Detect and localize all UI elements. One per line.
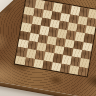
board-side-face	[0, 77, 96, 96]
playing-field	[14, 0, 96, 78]
square-h1[interactable]	[78, 67, 88, 77]
chessboard-photo	[0, 0, 96, 96]
chessboard	[0, 0, 96, 96]
